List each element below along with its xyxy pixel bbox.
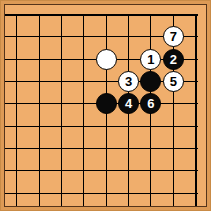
board-edge-line-right: [195, 14, 197, 208]
move-number: 2: [170, 53, 177, 66]
go-board: 7123546: [4, 4, 207, 207]
go-diagram: 7123546: [0, 0, 211, 211]
grid-line: [5, 170, 198, 171]
board-edge-line-top: [5, 14, 198, 16]
grid-line: [61, 14, 62, 208]
grid-line: [5, 126, 198, 127]
black-stone-move-6-R15: 6: [140, 93, 161, 114]
grid-line: [16, 14, 17, 208]
board-frame: 7123546: [0, 0, 211, 211]
white-stone-move-3-Q16: 3: [118, 71, 139, 92]
grid-line: [39, 14, 40, 208]
move-number: 4: [125, 97, 132, 110]
move-number: 6: [147, 97, 154, 110]
grid-line: [83, 14, 84, 208]
black-stone-move-2-S17: 2: [163, 49, 184, 70]
white-stone-move-1-R17: 1: [140, 49, 161, 70]
black-stone-P15: [96, 93, 117, 114]
white-stone-move-5-S16: 5: [163, 71, 184, 92]
black-stone-move-4-Q15: 4: [118, 93, 139, 114]
board-grid: 7123546: [5, 5, 207, 207]
grid-line: [5, 193, 198, 194]
move-number: 5: [170, 75, 177, 88]
white-stone-P17: [96, 49, 117, 70]
black-stone-R16: [140, 71, 161, 92]
move-number: 7: [170, 30, 177, 43]
white-stone-move-7-S18: 7: [163, 26, 184, 47]
grid-line: [5, 148, 198, 149]
move-number: 3: [125, 75, 132, 88]
move-number: 1: [147, 53, 154, 66]
